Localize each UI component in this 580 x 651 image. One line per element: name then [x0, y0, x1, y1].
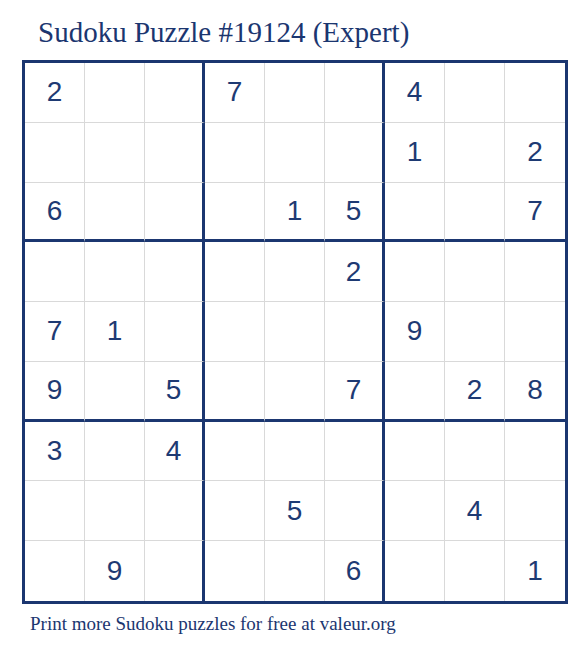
cell-r2c9: 2 [505, 123, 565, 183]
cell-r1c7: 4 [385, 63, 445, 123]
cell-r7c5[interactable] [265, 422, 325, 482]
cell-r7c3: 4 [145, 422, 205, 482]
cell-r7c4[interactable] [205, 422, 265, 482]
cell-r3c6: 5 [325, 183, 385, 243]
cell-r5c2: 1 [85, 302, 145, 362]
cell-r9c8[interactable] [445, 541, 505, 601]
cell-r2c5[interactable] [265, 123, 325, 183]
cell-r4c3[interactable] [145, 242, 205, 302]
cell-r5c1: 7 [25, 302, 85, 362]
cell-r6c5[interactable] [265, 362, 325, 422]
cell-r2c7: 1 [385, 123, 445, 183]
cell-r8c7[interactable] [385, 481, 445, 541]
cell-r9c7[interactable] [385, 541, 445, 601]
cell-r3c5: 1 [265, 183, 325, 243]
cell-r3c1: 6 [25, 183, 85, 243]
cell-r6c2[interactable] [85, 362, 145, 422]
cell-r1c4: 7 [205, 63, 265, 123]
cell-r9c4[interactable] [205, 541, 265, 601]
cell-r4c2[interactable] [85, 242, 145, 302]
cell-r8c6[interactable] [325, 481, 385, 541]
cell-r2c2[interactable] [85, 123, 145, 183]
sudoku-board: 2741261572719957283454961 [22, 60, 568, 604]
cell-r9c1[interactable] [25, 541, 85, 601]
cell-r5c7: 9 [385, 302, 445, 362]
cell-r8c2[interactable] [85, 481, 145, 541]
cell-r1c8[interactable] [445, 63, 505, 123]
cell-r7c7[interactable] [385, 422, 445, 482]
cell-r7c6[interactable] [325, 422, 385, 482]
cell-r9c3[interactable] [145, 541, 205, 601]
cell-r4c9[interactable] [505, 242, 565, 302]
cell-r7c9[interactable] [505, 422, 565, 482]
cell-r4c6: 2 [325, 242, 385, 302]
cell-r9c6: 6 [325, 541, 385, 601]
footer-text: Print more Sudoku puzzles for free at va… [30, 611, 396, 637]
cell-r8c3[interactable] [145, 481, 205, 541]
puzzle-title: Sudoku Puzzle #19124 (Expert) [38, 16, 409, 48]
cell-r4c4[interactable] [205, 242, 265, 302]
cell-r3c4[interactable] [205, 183, 265, 243]
cell-r1c1: 2 [25, 63, 85, 123]
cell-r3c3[interactable] [145, 183, 205, 243]
cell-r3c9: 7 [505, 183, 565, 243]
cell-r9c2: 9 [85, 541, 145, 601]
cell-r6c9: 8 [505, 362, 565, 422]
cell-r5c3[interactable] [145, 302, 205, 362]
cell-r8c5: 5 [265, 481, 325, 541]
cell-r7c1: 3 [25, 422, 85, 482]
cell-r9c5[interactable] [265, 541, 325, 601]
cell-r5c6[interactable] [325, 302, 385, 362]
cell-r8c1[interactable] [25, 481, 85, 541]
cell-r2c3[interactable] [145, 123, 205, 183]
cell-r6c3: 5 [145, 362, 205, 422]
cell-r5c8[interactable] [445, 302, 505, 362]
cell-r1c5[interactable] [265, 63, 325, 123]
cell-r4c7[interactable] [385, 242, 445, 302]
cell-r2c8[interactable] [445, 123, 505, 183]
cell-r1c3[interactable] [145, 63, 205, 123]
cell-r3c8[interactable] [445, 183, 505, 243]
cell-r5c5[interactable] [265, 302, 325, 362]
cell-r8c9[interactable] [505, 481, 565, 541]
cell-r1c2[interactable] [85, 63, 145, 123]
cell-r5c9[interactable] [505, 302, 565, 362]
cell-r3c2[interactable] [85, 183, 145, 243]
cell-r4c1[interactable] [25, 242, 85, 302]
cell-r8c8: 4 [445, 481, 505, 541]
cell-r6c7[interactable] [385, 362, 445, 422]
cell-r2c6[interactable] [325, 123, 385, 183]
cell-r6c4[interactable] [205, 362, 265, 422]
cell-r8c4[interactable] [205, 481, 265, 541]
cell-r6c8: 2 [445, 362, 505, 422]
cell-r1c9[interactable] [505, 63, 565, 123]
cell-r7c2[interactable] [85, 422, 145, 482]
cell-r4c5[interactable] [265, 242, 325, 302]
cell-r5c4[interactable] [205, 302, 265, 362]
cell-r3c7[interactable] [385, 183, 445, 243]
cell-r2c1[interactable] [25, 123, 85, 183]
cell-r2c4[interactable] [205, 123, 265, 183]
cell-r7c8[interactable] [445, 422, 505, 482]
cell-r4c8[interactable] [445, 242, 505, 302]
cell-r9c9: 1 [505, 541, 565, 601]
cell-r6c6: 7 [325, 362, 385, 422]
cell-r1c6[interactable] [325, 63, 385, 123]
cell-r6c1: 9 [25, 362, 85, 422]
